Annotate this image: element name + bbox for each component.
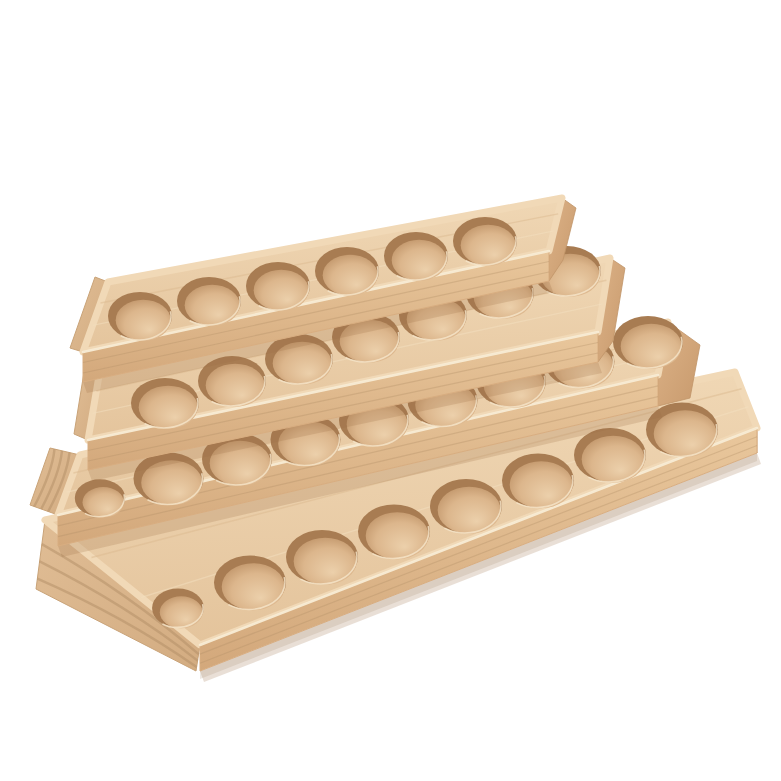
product-photo — [0, 0, 781, 781]
pit-floor — [83, 487, 124, 517]
pit-floor — [254, 270, 309, 311]
pit-floor — [438, 487, 501, 534]
pit-floor — [654, 410, 717, 457]
pit-floor — [206, 364, 265, 407]
pit-floor — [621, 324, 682, 369]
pit-floor — [392, 240, 447, 281]
pit-floor — [461, 225, 516, 266]
pit-floor — [582, 436, 645, 483]
pit-floor — [366, 512, 429, 559]
pit-floor — [160, 596, 203, 628]
pit-floor — [510, 461, 573, 508]
tiered-pit-board — [0, 0, 781, 781]
pit-floor — [116, 300, 171, 341]
pit-floor — [323, 255, 378, 296]
pit-floor — [222, 563, 285, 610]
pit-floor — [139, 386, 198, 429]
pit-floor — [294, 538, 357, 585]
pit-floor — [185, 285, 240, 326]
